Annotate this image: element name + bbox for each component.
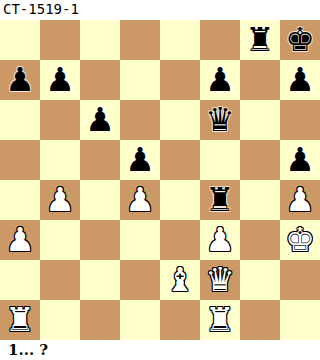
move-prompt: 1... ? — [0, 340, 320, 360]
square-f5[interactable] — [200, 140, 240, 180]
square-g2[interactable] — [240, 260, 280, 300]
black-pawn-piece[interactable]: ♟ — [200, 60, 240, 100]
black-pawn-piece[interactable]: ♟ — [0, 60, 40, 100]
square-h8[interactable]: ♚ — [280, 20, 320, 60]
square-e5[interactable] — [160, 140, 200, 180]
black-pawn-piece[interactable]: ♟ — [280, 140, 320, 180]
square-c8[interactable] — [80, 20, 120, 60]
square-f3[interactable]: ♟ — [200, 220, 240, 260]
square-g1[interactable] — [240, 300, 280, 340]
square-b2[interactable] — [40, 260, 80, 300]
square-e3[interactable] — [160, 220, 200, 260]
square-d6[interactable] — [120, 100, 160, 140]
square-d1[interactable] — [120, 300, 160, 340]
square-e4[interactable] — [160, 180, 200, 220]
white-pawn-piece[interactable]: ♟ — [280, 180, 320, 220]
square-h4[interactable]: ♟ — [280, 180, 320, 220]
square-g8[interactable]: ♜ — [240, 20, 280, 60]
square-a6[interactable] — [0, 100, 40, 140]
square-e8[interactable] — [160, 20, 200, 60]
square-a5[interactable] — [0, 140, 40, 180]
chess-board: ♜♚♟♟♟♟♟♛♟♟♟♟♜♟♟♟♚♝♛♜♜ — [0, 20, 320, 340]
square-a4[interactable] — [0, 180, 40, 220]
square-a8[interactable] — [0, 20, 40, 60]
black-king-piece[interactable]: ♚ — [280, 20, 320, 60]
square-c7[interactable] — [80, 60, 120, 100]
black-pawn-piece[interactable]: ♟ — [280, 60, 320, 100]
black-pawn-piece[interactable]: ♟ — [80, 100, 120, 140]
black-rook-piece[interactable]: ♜ — [200, 180, 240, 220]
square-e7[interactable] — [160, 60, 200, 100]
square-h7[interactable]: ♟ — [280, 60, 320, 100]
square-f4[interactable]: ♜ — [200, 180, 240, 220]
square-g6[interactable] — [240, 100, 280, 140]
puzzle-id: CT-1519-1 — [0, 0, 320, 20]
square-g4[interactable] — [240, 180, 280, 220]
square-b3[interactable] — [40, 220, 80, 260]
square-h1[interactable] — [280, 300, 320, 340]
square-b4[interactable]: ♟ — [40, 180, 80, 220]
chess-puzzle-page: CT-1519-1 ♜♚♟♟♟♟♟♛♟♟♟♟♜♟♟♟♚♝♛♜♜ 1... ? — [0, 0, 320, 360]
white-pawn-piece[interactable]: ♟ — [120, 180, 160, 220]
black-pawn-piece[interactable]: ♟ — [120, 140, 160, 180]
square-c5[interactable] — [80, 140, 120, 180]
square-c6[interactable]: ♟ — [80, 100, 120, 140]
white-rook-piece[interactable]: ♜ — [0, 300, 40, 340]
square-d5[interactable]: ♟ — [120, 140, 160, 180]
white-pawn-piece[interactable]: ♟ — [200, 220, 240, 260]
square-e2[interactable]: ♝ — [160, 260, 200, 300]
square-g7[interactable] — [240, 60, 280, 100]
square-c4[interactable] — [80, 180, 120, 220]
square-a7[interactable]: ♟ — [0, 60, 40, 100]
white-queen-piece[interactable]: ♛ — [200, 260, 240, 300]
square-d7[interactable] — [120, 60, 160, 100]
square-h2[interactable] — [280, 260, 320, 300]
square-d3[interactable] — [120, 220, 160, 260]
square-g3[interactable] — [240, 220, 280, 260]
square-c2[interactable] — [80, 260, 120, 300]
square-d8[interactable] — [120, 20, 160, 60]
square-f1[interactable]: ♜ — [200, 300, 240, 340]
square-e1[interactable] — [160, 300, 200, 340]
square-c1[interactable] — [80, 300, 120, 340]
black-pawn-piece[interactable]: ♟ — [40, 60, 80, 100]
black-rook-piece[interactable]: ♜ — [240, 20, 280, 60]
square-a3[interactable]: ♟ — [0, 220, 40, 260]
square-h5[interactable]: ♟ — [280, 140, 320, 180]
square-g5[interactable] — [240, 140, 280, 180]
white-pawn-piece[interactable]: ♟ — [40, 180, 80, 220]
square-f7[interactable]: ♟ — [200, 60, 240, 100]
white-pawn-piece[interactable]: ♟ — [0, 220, 40, 260]
square-b7[interactable]: ♟ — [40, 60, 80, 100]
white-king-piece[interactable]: ♚ — [280, 220, 320, 260]
square-b5[interactable] — [40, 140, 80, 180]
black-queen-piece[interactable]: ♛ — [200, 100, 240, 140]
square-a1[interactable]: ♜ — [0, 300, 40, 340]
square-d4[interactable]: ♟ — [120, 180, 160, 220]
square-f2[interactable]: ♛ — [200, 260, 240, 300]
square-e6[interactable] — [160, 100, 200, 140]
square-f6[interactable]: ♛ — [200, 100, 240, 140]
square-b8[interactable] — [40, 20, 80, 60]
white-rook-piece[interactable]: ♜ — [200, 300, 240, 340]
square-a2[interactable] — [0, 260, 40, 300]
white-bishop-piece[interactable]: ♝ — [160, 260, 200, 300]
square-b6[interactable] — [40, 100, 80, 140]
square-c3[interactable] — [80, 220, 120, 260]
square-f8[interactable] — [200, 20, 240, 60]
square-h6[interactable] — [280, 100, 320, 140]
square-h3[interactable]: ♚ — [280, 220, 320, 260]
square-d2[interactable] — [120, 260, 160, 300]
square-b1[interactable] — [40, 300, 80, 340]
